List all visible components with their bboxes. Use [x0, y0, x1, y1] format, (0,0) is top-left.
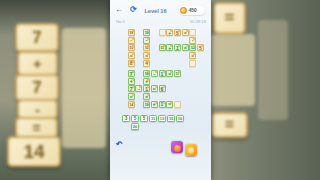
- tray-tile[interactable]: 16: [176, 115, 184, 122]
- tile-corner-notch: [178, 71, 180, 73]
- board-tile: -: [128, 37, 135, 44]
- tray-tile[interactable]: 5: [131, 115, 139, 122]
- board-tile[interactable]: 1: [174, 44, 181, 51]
- bg-tile: =: [15, 117, 58, 138]
- board-tile: =: [128, 52, 135, 59]
- tile-corner-notch: [155, 71, 157, 73]
- board-tile: =: [189, 52, 196, 59]
- tile-corner-notch: [132, 94, 134, 96]
- board-tile[interactable]: 19: [143, 29, 150, 36]
- board-tile[interactable]: 1: [143, 85, 150, 92]
- board-tile[interactable]: -: [151, 70, 158, 77]
- tile-corner-notch: [132, 30, 134, 32]
- board-tile[interactable]: +: [128, 78, 135, 85]
- tile-corner-notch: [132, 61, 134, 63]
- tile-corner-notch: [147, 30, 149, 32]
- bg-tile: 7: [15, 23, 59, 52]
- background-left-strip: 7 + 7 - = 14: [0, 0, 110, 180]
- bg-tile: +: [17, 51, 58, 76]
- tile-corner-notch: [132, 53, 134, 55]
- board-tile[interactable]: -: [135, 85, 142, 92]
- board-tile[interactable]: 1: [159, 101, 166, 108]
- tray-tile[interactable]: 20: [131, 123, 139, 130]
- undo-button[interactable]: ↶: [116, 141, 123, 149]
- tile-corner-notch: [170, 71, 172, 73]
- tile-corner-notch: [155, 86, 157, 88]
- tray-tile[interactable]: 13: [158, 115, 166, 122]
- bg-tile: 14: [7, 136, 61, 167]
- board-tile[interactable]: =: [151, 85, 158, 92]
- tile-corner-notch: [178, 30, 180, 32]
- board-tile: -: [189, 37, 196, 44]
- tile-corner-notch: [147, 79, 149, 81]
- board-tile: 18: [128, 29, 135, 36]
- board-tile[interactable]: 7: [128, 85, 135, 92]
- board-tile[interactable]: 18: [143, 70, 150, 77]
- tile-corner-notch: [170, 102, 172, 104]
- tile-corner-notch: [170, 45, 172, 47]
- tile-corner-notch: [186, 45, 188, 47]
- tile-corner-notch: [170, 30, 172, 32]
- tile-corner-notch: [186, 30, 188, 32]
- tile-corner-notch: [132, 79, 134, 81]
- board-tile[interactable]: +: [151, 101, 158, 108]
- tile-corner-notch: [132, 71, 134, 73]
- board-tile[interactable]: 17: [174, 70, 181, 77]
- bg-tile: =: [211, 112, 248, 138]
- board-tile: 10: [128, 44, 135, 51]
- tile-corner-notch: [147, 61, 149, 63]
- ad-app-icon-2[interactable]: [185, 144, 197, 156]
- board-tile[interactable]: 11: [159, 44, 166, 51]
- tile-corner-notch: [193, 45, 195, 47]
- tile-corner-notch: [147, 102, 149, 104]
- background-right-strip: = =: [210, 0, 320, 180]
- tile-corner-notch: [201, 45, 203, 47]
- phone-screen: ← ⟳ Level 16 450 No.5 00:28:18 1819+5=--…: [110, 0, 211, 180]
- tile-corner-notch: [147, 53, 149, 55]
- tray-tile[interactable]: 15: [167, 115, 175, 122]
- tile-corner-notch: [155, 102, 157, 104]
- board-empty-slot[interactable]: [189, 29, 196, 36]
- board-empty-slot[interactable]: [189, 60, 196, 67]
- board-tile: 15: [143, 44, 150, 51]
- board: 1819+5=---101511+1=125===84718-1=17++7-1…: [110, 0, 211, 112]
- bg-tile: 7: [15, 74, 59, 101]
- tile-corner-notch: [193, 53, 195, 55]
- tile-corner-notch: [193, 38, 195, 40]
- bg-tile: =: [213, 2, 246, 34]
- tray-tile[interactable]: 11: [149, 115, 157, 122]
- board-tile: 8: [128, 60, 135, 67]
- tray-tile[interactable]: 3: [122, 115, 130, 122]
- board-tile[interactable]: =: [143, 93, 150, 100]
- tile-corner-notch: [163, 86, 165, 88]
- board-tile: =: [143, 52, 150, 59]
- board-empty-slot[interactable]: [174, 101, 181, 108]
- tile-corner-notch: [132, 86, 134, 88]
- board-tile: 5: [174, 29, 181, 36]
- board-tile[interactable]: +: [143, 78, 150, 85]
- board-tile: 14: [128, 101, 135, 108]
- tile-corner-notch: [147, 86, 149, 88]
- screenshot-stage: 7 + 7 - = 14 = = ← ⟳ Level 16 450 No.5 0…: [0, 0, 320, 180]
- tile-corner-notch: [132, 45, 134, 47]
- board-tile[interactable]: =: [166, 101, 173, 108]
- tile-corner-notch: [147, 38, 149, 40]
- board-tile[interactable]: -: [143, 37, 150, 44]
- board-tile[interactable]: 19: [143, 101, 150, 108]
- tile-corner-notch: [178, 45, 180, 47]
- board-tile: 4: [143, 60, 150, 67]
- board-tile[interactable]: +: [166, 44, 173, 51]
- tile-corner-notch: [147, 94, 149, 96]
- tile-corner-notch: [132, 102, 134, 104]
- board-tile[interactable]: 12: [189, 44, 196, 51]
- board-tile: =: [182, 29, 189, 36]
- board-tile[interactable]: =: [166, 70, 173, 77]
- board-tile: 5: [197, 44, 204, 51]
- ad-app-icon-1-art: [174, 145, 181, 152]
- tile-corner-notch: [163, 45, 165, 47]
- board-tile[interactable]: =: [128, 93, 135, 100]
- ad-app-icon-2-art: [188, 147, 194, 154]
- tile-corner-notch: [163, 71, 165, 73]
- bg-tile: -: [17, 99, 58, 119]
- tile-corner-notch: [132, 38, 134, 40]
- tile-corner-notch: [147, 71, 149, 73]
- board-tile[interactable]: 7: [128, 70, 135, 77]
- board-tile: +: [166, 29, 173, 36]
- tile-corner-notch: [163, 102, 165, 104]
- board-empty-slot[interactable]: [159, 29, 166, 36]
- ad-app-icon-1[interactable]: [171, 141, 183, 153]
- tray-tile[interactable]: 5: [140, 115, 148, 122]
- tile-corner-notch: [147, 45, 149, 47]
- tile-corner-notch: [139, 86, 141, 88]
- board-tile[interactable]: 1: [159, 70, 166, 77]
- board-tile[interactable]: 6: [159, 85, 166, 92]
- board-tile[interactable]: =: [182, 44, 189, 51]
